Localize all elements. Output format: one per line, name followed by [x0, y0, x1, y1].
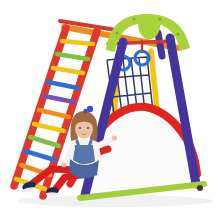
girl-hair-bow [87, 106, 93, 112]
ladder-rung [48, 82, 78, 88]
ladder-rung [34, 124, 64, 131]
girl-overalls-bib [73, 145, 95, 164]
ladder-rung [62, 41, 93, 44]
rear-post [158, 33, 162, 56]
girl-hand-left [62, 163, 67, 168]
arch-hole [116, 32, 119, 35]
girl-eye-left [79, 127, 81, 129]
girl-sneaker-sole-right [46, 192, 59, 195]
girl-hair-bow-knot [83, 109, 87, 113]
ladder-rung [25, 151, 55, 160]
ladder-rung [39, 110, 69, 117]
ladder-rail-left [14, 28, 66, 186]
caster-wheel [197, 185, 203, 191]
play-structure-illustration [0, 0, 215, 215]
ladder-rung [44, 96, 74, 102]
ladder-rung [53, 68, 83, 73]
arch-hole [177, 33, 180, 36]
girl-eye-right [87, 127, 89, 129]
product-photo [0, 0, 215, 215]
arch-hole [159, 18, 162, 21]
girl-hand-right [112, 135, 117, 140]
ladder-rung [30, 137, 59, 146]
arch-hole [133, 18, 136, 21]
ladder-rung [57, 54, 88, 59]
